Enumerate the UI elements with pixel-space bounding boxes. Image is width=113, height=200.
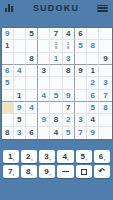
cell-r7c3[interactable]: 4 [26, 102, 38, 114]
numpad-key-3[interactable]: 3, [39, 150, 55, 163]
cell-r8c7[interactable]: 3 [75, 114, 87, 126]
cell-r9c9[interactable] [99, 127, 111, 139]
cell-r3c5[interactable]: 1 [50, 53, 62, 65]
cell-r7c7[interactable] [75, 102, 87, 114]
cell-r1c1[interactable]: 9 [2, 28, 14, 40]
cell-r1c4[interactable] [38, 28, 50, 40]
number-pad: 1,2,3,4,5,6,7,8,9,↶ [3, 150, 110, 178]
cell-r7c1[interactable] [2, 102, 14, 114]
numpad-key-9[interactable]: 9, [39, 165, 55, 178]
cell-r5c3[interactable] [26, 77, 38, 89]
cell-r5c4[interactable] [38, 77, 50, 89]
numpad-key-8[interactable]: 8, [21, 165, 37, 178]
square-icon[interactable] [76, 165, 92, 178]
cell-r4c3[interactable] [26, 65, 38, 77]
cell-r9c2[interactable]: 3 [14, 127, 26, 139]
cell-r5c7[interactable] [75, 77, 87, 89]
cell-r6c7[interactable] [75, 90, 87, 102]
cell-r1c9[interactable] [99, 28, 111, 40]
cell-r1c8[interactable] [87, 28, 99, 40]
cell-r3c9[interactable]: 9 [99, 53, 111, 65]
cell-r9c5[interactable]: 4 [50, 127, 62, 139]
cell-r5c5[interactable] [50, 77, 62, 89]
cell-r3c3[interactable]: 8 [26, 53, 38, 65]
cell-r4c6[interactable]: 8 [63, 65, 75, 77]
pencil-notes-r2c6: 28 [67, 42, 69, 49]
cell-r8c9[interactable] [99, 114, 111, 126]
app-title: SUDOKU [15, 3, 97, 13]
cell-r1c3[interactable]: 5 [26, 28, 38, 40]
cell-r5c1[interactable]: 5 [2, 77, 14, 89]
cell-r8c2[interactable]: 5 [14, 114, 26, 126]
cell-r3c7[interactable] [75, 53, 87, 65]
cell-r9c1[interactable]: 8 [2, 127, 14, 139]
hamburger-menu-icon[interactable] [97, 5, 108, 12]
cell-r8c3[interactable] [26, 114, 38, 126]
cell-r2c1[interactable]: 1 [2, 40, 14, 52]
numpad-key-7[interactable]: 7, [3, 165, 19, 178]
cell-r2c3[interactable] [26, 40, 38, 52]
cell-r4c4[interactable]: 3 [38, 65, 50, 77]
cell-r6c5[interactable]: 5 [50, 90, 62, 102]
cell-r5c8[interactable]: 2 [87, 77, 99, 89]
cell-r9c8[interactable]: 9 [87, 127, 99, 139]
cell-r2c6[interactable]: 28 [63, 40, 75, 52]
cell-r7c4[interactable] [38, 102, 50, 114]
cell-r9c7[interactable]: 7 [75, 127, 87, 139]
cell-r6c2[interactable]: 1 [14, 90, 26, 102]
sudoku-app: SUDOKU 957461282858813964389152314596794… [0, 0, 113, 200]
cell-r9c4[interactable] [38, 127, 50, 139]
cell-r1c7[interactable]: 6 [75, 28, 87, 40]
pencil-notes-r2c5: 28 [55, 42, 57, 49]
cell-r8c8[interactable]: 4 [87, 114, 99, 126]
cell-r9c3[interactable]: 6 [26, 127, 38, 139]
cell-r7c8[interactable]: 5 [87, 102, 99, 114]
cell-r5c6[interactable] [63, 77, 75, 89]
cell-r4c8[interactable]: 1 [87, 65, 99, 77]
cell-r2c2[interactable] [14, 40, 26, 52]
cell-r3c6[interactable]: 3 [63, 53, 75, 65]
cell-r6c4[interactable]: 4 [38, 90, 50, 102]
cell-r8c5[interactable]: 8 [50, 114, 62, 126]
cell-r3c4[interactable] [38, 53, 50, 65]
cell-r1c5[interactable]: 7 [50, 28, 62, 40]
cell-r8c1[interactable] [2, 114, 14, 126]
cell-r2c8[interactable]: 8 [87, 40, 99, 52]
cell-r6c6[interactable]: 9 [63, 90, 75, 102]
numpad-key-5[interactable]: 5, [76, 150, 92, 163]
cell-r1c2[interactable] [14, 28, 26, 40]
cell-r1c6[interactable]: 4 [63, 28, 75, 40]
numpad-key-1[interactable]: 1, [3, 150, 19, 163]
dash-icon[interactable] [57, 165, 73, 178]
numpad-key-2[interactable]: 2, [21, 150, 37, 163]
cell-r7c6[interactable]: 7 [63, 102, 75, 114]
sudoku-board: 9574612828588139643891523145967947585982… [1, 27, 113, 140]
undo-icon[interactable]: ↶ [94, 165, 110, 178]
cell-r9c6[interactable]: 5 [63, 127, 75, 139]
cell-r5c9[interactable]: 3 [99, 77, 111, 89]
header: SUDOKU [0, 0, 113, 16]
cell-r4c5[interactable] [50, 65, 62, 77]
cell-r2c5[interactable]: 28 [50, 40, 62, 52]
cell-r2c4[interactable] [38, 40, 50, 52]
cell-r3c8[interactable] [87, 53, 99, 65]
cell-r2c9[interactable] [99, 40, 111, 52]
cell-r5c2[interactable] [14, 77, 26, 89]
cell-r3c2[interactable] [14, 53, 26, 65]
cell-r4c9[interactable] [99, 65, 111, 77]
cell-r2c7[interactable]: 5 [75, 40, 87, 52]
cell-r6c8[interactable]: 6 [87, 90, 99, 102]
cell-r3c1[interactable] [2, 53, 14, 65]
cell-r8c4[interactable]: 9 [38, 114, 50, 126]
cell-r6c1[interactable] [2, 90, 14, 102]
cell-r7c2[interactable]: 9 [14, 102, 26, 114]
cell-r6c9[interactable]: 7 [99, 90, 111, 102]
cell-r4c7[interactable]: 9 [75, 65, 87, 77]
numpad-key-6[interactable]: 6, [94, 150, 110, 163]
cell-r4c2[interactable]: 4 [14, 65, 26, 77]
stats-bar-chart-icon[interactable] [5, 4, 15, 12]
cell-r8c6[interactable]: 2 [63, 114, 75, 126]
cell-r6c3[interactable] [26, 90, 38, 102]
numpad-key-4[interactable]: 4, [57, 150, 73, 163]
cell-r7c9[interactable]: 8 [99, 102, 111, 114]
cell-r7c5[interactable] [50, 102, 62, 114]
cell-r4c1[interactable]: 6 [2, 65, 14, 77]
